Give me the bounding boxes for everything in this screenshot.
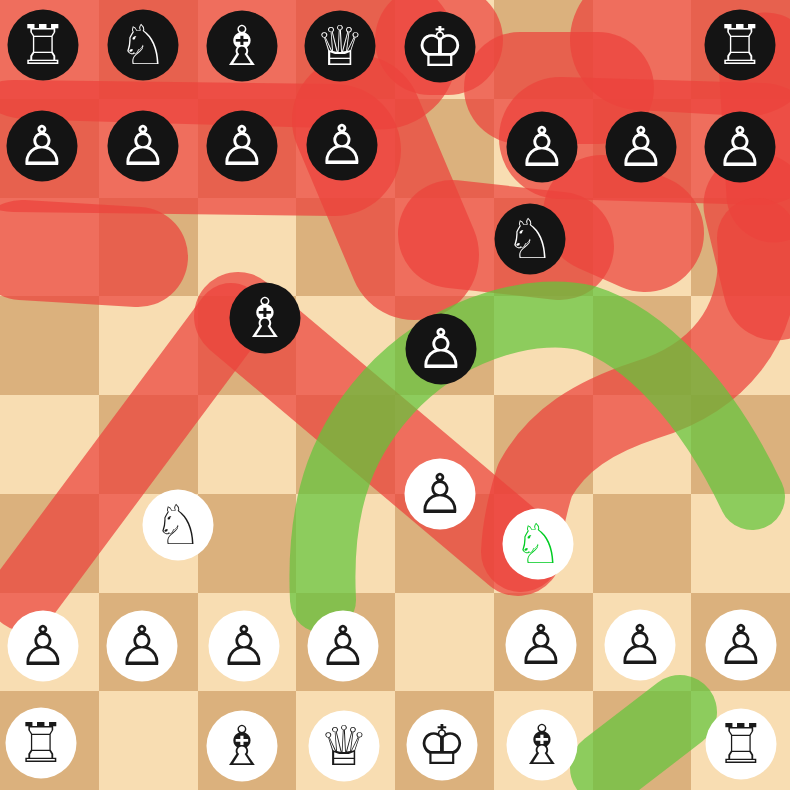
white-rook-h1[interactable]: ♖ [706,709,777,780]
black-pawn-c7[interactable]: ♙ [207,111,278,182]
black-knight-f6[interactable]: ♘ [495,204,566,275]
black-queen-d8[interactable]: ♕ [305,11,376,82]
white-pawn-f2[interactable]: ♙ [506,610,577,681]
white-king-e1[interactable]: ♔ [407,710,478,781]
black-rook-h8[interactable]: ♖ [705,10,776,81]
black-rook-a8[interactable]: ♖ [8,10,79,81]
white-bishop-f1[interactable]: ♗ [507,710,578,781]
black-pawn-b7[interactable]: ♙ [108,111,179,182]
white-knight-f3[interactable]: ♘ [503,509,574,580]
white-pawn-h2[interactable]: ♙ [706,610,777,681]
white-pawn-e4[interactable]: ♙ [405,459,476,530]
pieces-layer: ♖♘♗♕♔♖♙♙♙♙♙♙♙♘♗♙♙♘♘♙♙♙♙♙♙♙♖♗♕♔♗♖ [0,0,790,790]
black-knight-b8[interactable]: ♘ [108,10,179,81]
black-king-e8[interactable]: ♔ [405,12,476,83]
black-bishop-c5[interactable]: ♗ [230,283,301,354]
black-pawn-a7[interactable]: ♙ [7,111,78,182]
black-pawn-h7[interactable]: ♙ [705,112,776,183]
white-knight-b3[interactable]: ♘ [143,490,214,561]
white-pawn-c2[interactable]: ♙ [209,611,280,682]
white-pawn-g2[interactable]: ♙ [605,610,676,681]
white-queen-d1[interactable]: ♕ [309,711,380,782]
white-bishop-c1[interactable]: ♗ [207,711,278,782]
black-pawn-g7[interactable]: ♙ [606,112,677,183]
white-pawn-a2[interactable]: ♙ [8,611,79,682]
white-rook-a1[interactable]: ♖ [6,708,77,779]
black-pawn-f7[interactable]: ♙ [507,112,578,183]
black-bishop-c8[interactable]: ♗ [207,11,278,82]
black-pawn-e5[interactable]: ♙ [406,314,477,385]
black-pawn-d7[interactable]: ♙ [307,110,378,181]
white-pawn-b2[interactable]: ♙ [107,611,178,682]
white-pawn-d2[interactable]: ♙ [308,611,379,682]
chess-app-stage: ♖♘♗♕♔♖♙♙♙♙♙♙♙♘♗♙♙♘♘♙♙♙♙♙♙♙♖♗♕♔♗♖ [0,0,790,790]
